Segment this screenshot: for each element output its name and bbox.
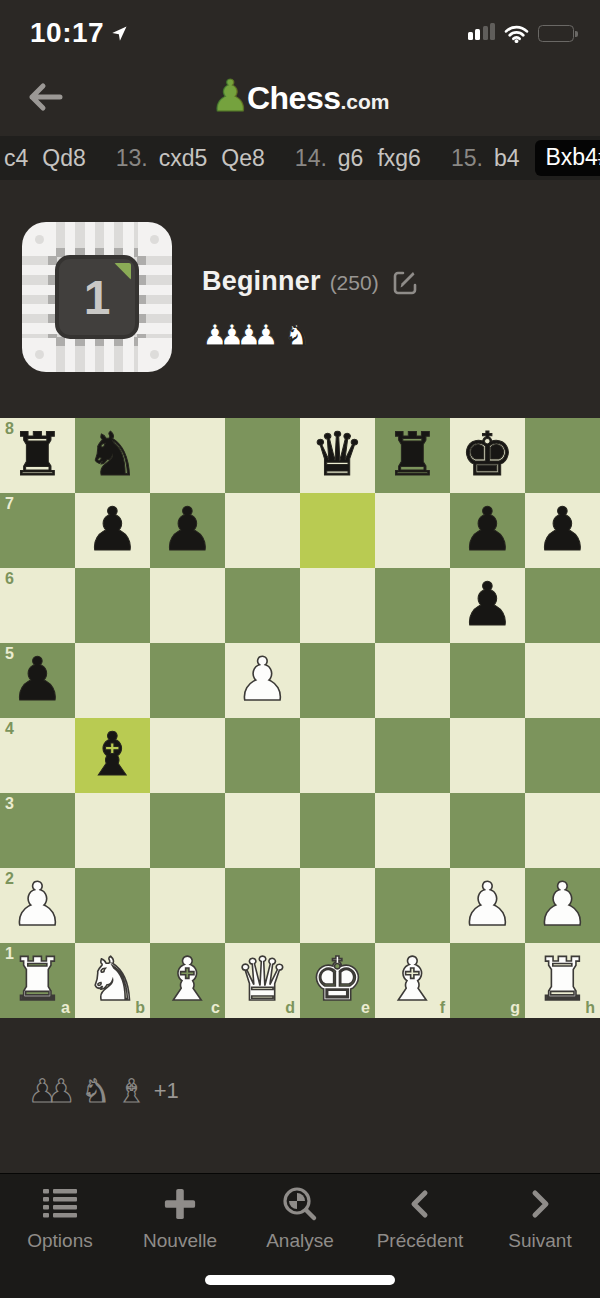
edit-pencil-icon [391, 269, 419, 297]
edit-button[interactable] [391, 269, 419, 297]
new-game-button[interactable]: Nouvelle [120, 1185, 240, 1263]
square-g7[interactable]: ♟ [450, 493, 525, 568]
wifi-icon [504, 24, 529, 43]
rank-label-7: 7 [5, 495, 14, 513]
square-g8[interactable]: ♚ [450, 418, 525, 493]
square-b4[interactable]: ♝ [75, 718, 150, 793]
square-e6[interactable] [300, 568, 375, 643]
plus-icon [163, 1185, 197, 1222]
rank-label-1: 1 [5, 945, 14, 963]
bot-avatar[interactable]: 1 [22, 222, 172, 372]
captured-black-knight: ♞ [81, 1072, 110, 1110]
black-pawn-h7[interactable]: ♟ [525, 493, 600, 566]
square-c2[interactable] [150, 868, 225, 943]
file-label-f: f [440, 999, 445, 1017]
header: ♟ Chess .com [0, 60, 600, 136]
file-label-d: d [285, 999, 295, 1017]
square-c7[interactable]: ♟ [150, 493, 225, 568]
file-label-c: c [211, 999, 220, 1017]
white-pawn-g2[interactable]: ♟ [450, 868, 525, 941]
status-bar: 10:17 [0, 0, 600, 60]
player-name: Beginner [202, 266, 321, 297]
file-label-h: h [585, 999, 595, 1017]
analyse-label: Analyse [266, 1230, 334, 1252]
move-number: 15. [451, 145, 483, 172]
square-f8[interactable]: ♜ [375, 418, 450, 493]
file-label-g: g [510, 999, 520, 1017]
square-d4[interactable] [225, 718, 300, 793]
square-h5[interactable] [525, 643, 600, 718]
move-number: 13. [116, 145, 148, 172]
clock: 10:17 [30, 17, 104, 49]
captured-black-pieces: ♟♟ ♞ ♝ +1 [0, 1018, 600, 1173]
square-c1[interactable]: c♝ [150, 943, 225, 1018]
move-token[interactable]: c4 [4, 145, 28, 172]
move-token[interactable]: b4 [494, 145, 520, 172]
logo-suffix: .com [340, 90, 389, 114]
square-b8[interactable]: ♞ [75, 418, 150, 493]
current-move-token[interactable]: Bxb4# [535, 140, 600, 176]
square-a4[interactable]: 4 [0, 718, 75, 793]
black-king-g8[interactable]: ♚ [450, 418, 525, 491]
square-d2[interactable] [225, 868, 300, 943]
square-f4[interactable] [375, 718, 450, 793]
black-pawn-c7[interactable]: ♟ [150, 493, 225, 566]
square-e1[interactable]: e♚ [300, 943, 375, 1018]
battery-icon [538, 25, 574, 42]
square-d7[interactable] [225, 493, 300, 568]
square-f7[interactable] [375, 493, 450, 568]
bottom-toolbar: Options Nouvelle Analyse [0, 1173, 600, 1263]
square-h2[interactable]: ♟ [525, 868, 600, 943]
square-a5[interactable]: 5♟ [0, 643, 75, 718]
rank-label-4: 4 [5, 720, 14, 738]
square-e4[interactable] [300, 718, 375, 793]
square-a2[interactable]: 2♟ [0, 868, 75, 943]
square-f2[interactable] [375, 868, 450, 943]
analysis-magnifier-icon [282, 1185, 318, 1222]
app-screen: 10:17 ♟ Chess .com [0, 0, 600, 1298]
options-list-icon [43, 1185, 77, 1222]
square-a1[interactable]: 1a♜ [0, 943, 75, 1018]
square-d5[interactable]: ♟ [225, 643, 300, 718]
opponent-panel: 1 Beginner (250) ♟♟♟♟ ♞ [0, 180, 600, 418]
square-c6[interactable] [150, 568, 225, 643]
file-label-b: b [135, 999, 145, 1017]
square-h7[interactable]: ♟ [525, 493, 600, 568]
square-a8[interactable]: 8♜ [0, 418, 75, 493]
file-label-e: e [361, 999, 370, 1017]
square-d1[interactable]: d♛ [225, 943, 300, 1018]
captured-white-pieces: ♟♟♟♟ ♞ [202, 318, 419, 352]
square-h1[interactable]: h♜ [525, 943, 600, 1018]
next-move-button[interactable]: Suivant [480, 1185, 600, 1263]
previous-label: Précédent [377, 1230, 464, 1252]
square-d3[interactable] [225, 793, 300, 868]
square-e2[interactable] [300, 868, 375, 943]
rank-label-5: 5 [5, 645, 14, 663]
square-d8[interactable] [225, 418, 300, 493]
captured-black-bishop: ♝ [117, 1072, 146, 1110]
square-e8[interactable]: ♛ [300, 418, 375, 493]
square-a6[interactable]: 6 [0, 568, 75, 643]
options-label: Options [27, 1230, 92, 1252]
previous-move-button[interactable]: Précédent [360, 1185, 480, 1263]
square-f5[interactable] [375, 643, 450, 718]
file-label-a: a [61, 999, 70, 1017]
location-arrow-icon [111, 25, 128, 42]
captured-black-pawns: ♟♟ [28, 1072, 65, 1110]
black-rook-f8[interactable]: ♜ [375, 418, 450, 491]
square-e7[interactable] [300, 493, 375, 568]
player-rating: (250) [330, 271, 379, 295]
white-pawn-h2[interactable]: ♟ [525, 868, 600, 941]
bot-level: 1 [84, 270, 111, 325]
square-g3[interactable] [450, 793, 525, 868]
move-token[interactable]: Qd8 [42, 145, 85, 172]
move-token[interactable]: Qe8 [221, 145, 264, 172]
square-g1[interactable]: g [450, 943, 525, 1018]
pawn-logo-icon: ♟ [210, 74, 249, 118]
square-h4[interactable] [525, 718, 600, 793]
chevron-left-icon [408, 1185, 432, 1222]
home-indicator-area [0, 1263, 600, 1298]
square-b6[interactable] [75, 568, 150, 643]
black-queen-e8[interactable]: ♛ [300, 418, 375, 491]
square-e5[interactable] [300, 643, 375, 718]
square-b3[interactable] [75, 793, 150, 868]
square-h6[interactable] [525, 568, 600, 643]
square-a7[interactable]: 7 [0, 493, 75, 568]
move-token[interactable]: cxd5 [159, 145, 208, 172]
square-g2[interactable]: ♟ [450, 868, 525, 943]
square-b1[interactable]: b♞ [75, 943, 150, 1018]
square-c5[interactable] [150, 643, 225, 718]
black-pawn-g7[interactable]: ♟ [450, 493, 525, 566]
square-f1[interactable]: f♝ [375, 943, 450, 1018]
square-g5[interactable] [450, 643, 525, 718]
cell-signal-icon [468, 23, 496, 43]
move-number: 14. [295, 145, 327, 172]
chip-notch [114, 263, 131, 280]
square-e3[interactable] [300, 793, 375, 868]
square-c8[interactable] [150, 418, 225, 493]
square-f6[interactable] [375, 568, 450, 643]
chesscom-logo: ♟ Chess .com [0, 78, 600, 118]
material-advantage: +1 [154, 1078, 179, 1104]
square-d6[interactable] [225, 568, 300, 643]
rank-label-3: 3 [5, 795, 14, 813]
chip-core: 1 [55, 255, 139, 339]
square-g6[interactable]: ♟ [450, 568, 525, 643]
captured-white-knight: ♞ [284, 318, 310, 352]
move-token[interactable]: g6 [338, 145, 364, 172]
square-g4[interactable] [450, 718, 525, 793]
square-a3[interactable]: 3 [0, 793, 75, 868]
rank-label-8: 8 [5, 420, 14, 438]
black-knight-b8[interactable]: ♞ [75, 418, 150, 491]
logo-text: Chess [247, 80, 341, 117]
options-button[interactable]: Options [0, 1185, 120, 1263]
square-b5[interactable] [75, 643, 150, 718]
square-f3[interactable] [375, 793, 450, 868]
new-game-label: Nouvelle [143, 1230, 217, 1252]
white-pawn-d5[interactable]: ♟ [225, 643, 300, 716]
black-bishop-b4[interactable]: ♝ [75, 718, 150, 791]
square-b2[interactable] [75, 868, 150, 943]
chevron-right-icon [528, 1185, 552, 1222]
move-list[interactable]: c4 Qd8 13. cxd5 Qe8 14. g6 fxg6 15. b4 B… [0, 136, 600, 180]
next-label: Suivant [508, 1230, 571, 1252]
move-token[interactable]: fxg6 [377, 145, 420, 172]
square-b7[interactable]: ♟ [75, 493, 150, 568]
rank-label-2: 2 [5, 870, 14, 888]
rank-label-6: 6 [5, 570, 14, 588]
black-pawn-g6[interactable]: ♟ [450, 568, 525, 641]
captured-white-pawns: ♟♟♟♟ [202, 318, 270, 352]
home-indicator[interactable] [205, 1275, 395, 1285]
chess-board[interactable]: 8♜♞♛♜♚7♟♟♟♟6♟5♟♟4♝32♟♟♟1a♜b♞c♝d♛e♚f♝gh♜ [0, 418, 600, 1018]
square-c3[interactable] [150, 793, 225, 868]
square-c4[interactable] [150, 718, 225, 793]
square-h3[interactable] [525, 793, 600, 868]
black-pawn-b7[interactable]: ♟ [75, 493, 150, 566]
analyse-button[interactable]: Analyse [240, 1185, 360, 1263]
square-h8[interactable] [525, 418, 600, 493]
